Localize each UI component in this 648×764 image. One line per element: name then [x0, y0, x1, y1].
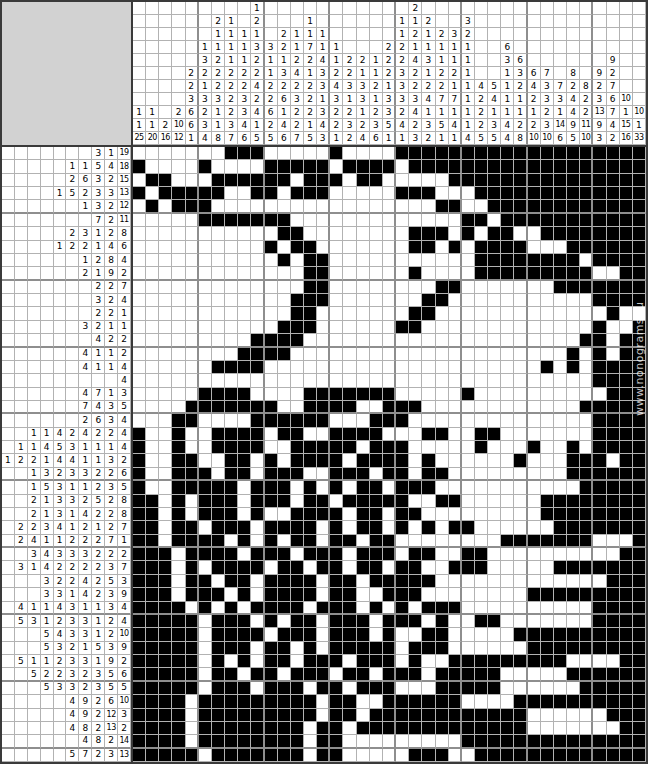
board-cell[interactable] — [330, 495, 343, 508]
board-cell[interactable] — [514, 214, 527, 227]
board-cell[interactable] — [225, 214, 238, 227]
board-cell[interactable] — [409, 348, 422, 361]
board-cell[interactable] — [159, 668, 172, 681]
board-cell[interactable] — [436, 535, 449, 548]
board-cell[interactable] — [343, 361, 356, 374]
board-cell[interactable] — [186, 508, 199, 521]
board-cell[interactable] — [278, 174, 291, 187]
board-cell[interactable] — [567, 709, 580, 722]
board-cell[interactable] — [396, 481, 409, 494]
board-cell[interactable] — [199, 575, 212, 588]
board-cell[interactable] — [580, 561, 593, 574]
board-cell[interactable] — [567, 187, 580, 200]
board-cell[interactable] — [396, 521, 409, 534]
board-cell[interactable] — [580, 655, 593, 668]
board-cell[interactable] — [238, 561, 251, 574]
board-cell[interactable] — [409, 575, 422, 588]
board-cell[interactable] — [238, 548, 251, 561]
board-cell[interactable] — [554, 241, 567, 254]
board-cell[interactable] — [475, 147, 488, 160]
board-cell[interactable] — [238, 709, 251, 722]
board-cell[interactable] — [159, 722, 172, 735]
board-cell[interactable] — [317, 428, 330, 441]
board-cell[interactable] — [422, 668, 435, 681]
board-cell[interactable] — [501, 187, 514, 200]
board-cell[interactable] — [186, 642, 199, 655]
board-cell[interactable] — [133, 521, 146, 534]
board-cell[interactable] — [633, 227, 646, 240]
board-cell[interactable] — [343, 749, 356, 762]
board-cell[interactable] — [251, 254, 264, 267]
board-cell[interactable] — [620, 281, 633, 294]
board-cell[interactable] — [278, 267, 291, 280]
board-cell[interactable] — [436, 187, 449, 200]
board-cell[interactable] — [633, 588, 646, 601]
board-cell[interactable] — [593, 495, 606, 508]
board-cell[interactable] — [436, 281, 449, 294]
board-cell[interactable] — [488, 548, 501, 561]
board-cell[interactable] — [541, 227, 554, 240]
board-cell[interactable] — [370, 254, 383, 267]
board-cell[interactable] — [554, 602, 567, 615]
board-cell[interactable] — [146, 602, 159, 615]
board-cell[interactable] — [409, 749, 422, 762]
board-cell[interactable] — [172, 227, 185, 240]
board-cell[interactable] — [436, 735, 449, 748]
board-cell[interactable] — [436, 454, 449, 467]
board-cell[interactable] — [462, 321, 475, 334]
board-cell[interactable] — [396, 294, 409, 307]
board-cell[interactable] — [317, 642, 330, 655]
board-cell[interactable] — [475, 200, 488, 213]
board-cell[interactable] — [462, 174, 475, 187]
board-cell[interactable] — [633, 602, 646, 615]
board-cell[interactable] — [146, 414, 159, 427]
board-cell[interactable] — [633, 695, 646, 708]
board-cell[interactable] — [291, 655, 304, 668]
board-cell[interactable] — [304, 508, 317, 521]
board-cell[interactable] — [501, 294, 514, 307]
board-cell[interactable] — [580, 615, 593, 628]
board-cell[interactable] — [488, 588, 501, 601]
board-cell[interactable] — [291, 187, 304, 200]
board-cell[interactable] — [580, 388, 593, 401]
board-cell[interactable] — [370, 174, 383, 187]
board-cell[interactable] — [449, 187, 462, 200]
board-cell[interactable] — [317, 414, 330, 427]
board-cell[interactable] — [633, 401, 646, 414]
board-cell[interactable] — [357, 361, 370, 374]
board-cell[interactable] — [304, 709, 317, 722]
board-cell[interactable] — [317, 588, 330, 601]
board-cell[interactable] — [278, 615, 291, 628]
board-cell[interactable] — [488, 454, 501, 467]
board-cell[interactable] — [620, 147, 633, 160]
board-cell[interactable] — [436, 401, 449, 414]
board-cell[interactable] — [133, 454, 146, 467]
board-cell[interactable] — [225, 495, 238, 508]
board-cell[interactable] — [567, 548, 580, 561]
board-cell[interactable] — [383, 548, 396, 561]
board-cell[interactable] — [199, 655, 212, 668]
board-cell[interactable] — [370, 588, 383, 601]
board-cell[interactable] — [528, 227, 541, 240]
board-cell[interactable] — [567, 160, 580, 173]
board-cell[interactable] — [409, 200, 422, 213]
board-cell[interactable] — [541, 695, 554, 708]
board-cell[interactable] — [462, 602, 475, 615]
board-cell[interactable] — [514, 401, 527, 414]
board-cell[interactable] — [580, 508, 593, 521]
board-cell[interactable] — [567, 722, 580, 735]
board-cell[interactable] — [172, 749, 185, 762]
board-cell[interactable] — [225, 655, 238, 668]
board-cell[interactable] — [225, 401, 238, 414]
board-cell[interactable] — [357, 294, 370, 307]
board-cell[interactable] — [317, 561, 330, 574]
board-cell[interactable] — [383, 294, 396, 307]
board-cell[interactable] — [186, 575, 199, 588]
board-cell[interactable] — [396, 334, 409, 347]
board-cell[interactable] — [278, 548, 291, 561]
board-cell[interactable] — [462, 615, 475, 628]
board-cell[interactable] — [383, 495, 396, 508]
board-cell[interactable] — [304, 227, 317, 240]
board-cell[interactable] — [291, 414, 304, 427]
board-cell[interactable] — [541, 241, 554, 254]
board-cell[interactable] — [133, 348, 146, 361]
board-cell[interactable] — [554, 227, 567, 240]
board-cell[interactable] — [212, 294, 225, 307]
board-cell[interactable] — [172, 441, 185, 454]
board-cell[interactable] — [462, 428, 475, 441]
board-cell[interactable] — [449, 575, 462, 588]
board-cell[interactable] — [620, 495, 633, 508]
board-cell[interactable] — [146, 187, 159, 200]
board-cell[interactable] — [265, 588, 278, 601]
board-cell[interactable] — [580, 749, 593, 762]
board-cell[interactable] — [357, 254, 370, 267]
board-cell[interactable] — [251, 709, 264, 722]
board-cell[interactable] — [199, 388, 212, 401]
board-cell[interactable] — [291, 602, 304, 615]
board-cell[interactable] — [186, 441, 199, 454]
board-cell[interactable] — [186, 348, 199, 361]
board-cell[interactable] — [186, 401, 199, 414]
board-cell[interactable] — [212, 241, 225, 254]
board-cell[interactable] — [488, 160, 501, 173]
board-cell[interactable] — [172, 267, 185, 280]
board-cell[interactable] — [278, 227, 291, 240]
board-cell[interactable] — [133, 214, 146, 227]
board-cell[interactable] — [172, 602, 185, 615]
board-cell[interactable] — [528, 388, 541, 401]
board-cell[interactable] — [501, 267, 514, 280]
board-cell[interactable] — [580, 334, 593, 347]
board-cell[interactable] — [593, 468, 606, 481]
board-cell[interactable] — [330, 294, 343, 307]
board-cell[interactable] — [133, 174, 146, 187]
board-cell[interactable] — [607, 454, 620, 467]
board-cell[interactable] — [462, 227, 475, 240]
board-cell[interactable] — [304, 401, 317, 414]
board-cell[interactable] — [159, 441, 172, 454]
board-cell[interactable] — [186, 628, 199, 641]
board-cell[interactable] — [501, 441, 514, 454]
board-cell[interactable] — [409, 642, 422, 655]
board-cell[interactable] — [212, 709, 225, 722]
board-cell[interactable] — [212, 655, 225, 668]
board-cell[interactable] — [396, 454, 409, 467]
board-cell[interactable] — [633, 348, 646, 361]
board-cell[interactable] — [541, 722, 554, 735]
board-cell[interactable] — [449, 334, 462, 347]
board-cell[interactable] — [133, 615, 146, 628]
board-cell[interactable] — [370, 628, 383, 641]
board-cell[interactable] — [330, 454, 343, 467]
board-cell[interactable] — [186, 388, 199, 401]
board-cell[interactable] — [265, 454, 278, 467]
board-cell[interactable] — [436, 174, 449, 187]
board-cell[interactable] — [317, 267, 330, 280]
board-cell[interactable] — [133, 254, 146, 267]
board-cell[interactable] — [593, 508, 606, 521]
board-cell[interactable] — [370, 575, 383, 588]
board-cell[interactable] — [475, 628, 488, 641]
board-cell[interactable] — [488, 695, 501, 708]
board-cell[interactable] — [343, 227, 356, 240]
board-cell[interactable] — [186, 602, 199, 615]
board-cell[interactable] — [514, 668, 527, 681]
board-cell[interactable] — [370, 348, 383, 361]
board-cell[interactable] — [278, 294, 291, 307]
board-cell[interactable] — [278, 388, 291, 401]
board-cell[interactable] — [370, 321, 383, 334]
board-cell[interactable] — [383, 267, 396, 280]
board-cell[interactable] — [541, 508, 554, 521]
board-cell[interactable] — [186, 321, 199, 334]
board-cell[interactable] — [370, 495, 383, 508]
board-cell[interactable] — [265, 628, 278, 641]
board-cell[interactable] — [422, 535, 435, 548]
board-cell[interactable] — [251, 174, 264, 187]
board-cell[interactable] — [462, 334, 475, 347]
board-cell[interactable] — [607, 267, 620, 280]
board-cell[interactable] — [330, 374, 343, 387]
board-cell[interactable] — [528, 561, 541, 574]
board-cell[interactable] — [212, 160, 225, 173]
board-cell[interactable] — [251, 508, 264, 521]
board-cell[interactable] — [396, 241, 409, 254]
board-cell[interactable] — [396, 147, 409, 160]
board-cell[interactable] — [159, 535, 172, 548]
board-cell[interactable] — [199, 668, 212, 681]
board-cell[interactable] — [554, 628, 567, 641]
board-cell[interactable] — [436, 307, 449, 320]
board-cell[interactable] — [409, 561, 422, 574]
board-cell[interactable] — [278, 668, 291, 681]
board-cell[interactable] — [212, 535, 225, 548]
board-cell[interactable] — [449, 401, 462, 414]
board-cell[interactable] — [462, 187, 475, 200]
board-cell[interactable] — [159, 548, 172, 561]
board-cell[interactable] — [291, 334, 304, 347]
board-cell[interactable] — [199, 535, 212, 548]
board-cell[interactable] — [567, 214, 580, 227]
board-cell[interactable] — [278, 307, 291, 320]
board-cell[interactable] — [541, 321, 554, 334]
board-cell[interactable] — [607, 160, 620, 173]
board-cell[interactable] — [317, 454, 330, 467]
board-cell[interactable] — [409, 454, 422, 467]
board-cell[interactable] — [396, 428, 409, 441]
board-cell[interactable] — [436, 294, 449, 307]
board-cell[interactable] — [330, 334, 343, 347]
board-cell[interactable] — [567, 735, 580, 748]
board-cell[interactable] — [172, 575, 185, 588]
board-cell[interactable] — [343, 615, 356, 628]
board-cell[interactable] — [304, 334, 317, 347]
board-cell[interactable] — [212, 307, 225, 320]
board-cell[interactable] — [620, 454, 633, 467]
board-cell[interactable] — [304, 414, 317, 427]
board-cell[interactable] — [186, 735, 199, 748]
board-cell[interactable] — [462, 388, 475, 401]
board-cell[interactable] — [449, 615, 462, 628]
board-cell[interactable] — [607, 147, 620, 160]
board-cell[interactable] — [146, 174, 159, 187]
board-cell[interactable] — [317, 348, 330, 361]
board-cell[interactable] — [265, 481, 278, 494]
board-cell[interactable] — [475, 682, 488, 695]
board-cell[interactable] — [528, 361, 541, 374]
board-cell[interactable] — [133, 160, 146, 173]
board-cell[interactable] — [199, 321, 212, 334]
board-cell[interactable] — [475, 214, 488, 227]
board-cell[interactable] — [449, 267, 462, 280]
board-cell[interactable] — [449, 174, 462, 187]
board-cell[interactable] — [501, 749, 514, 762]
board-cell[interactable] — [186, 561, 199, 574]
board-cell[interactable] — [225, 749, 238, 762]
board-cell[interactable] — [567, 147, 580, 160]
board-cell[interactable] — [554, 615, 567, 628]
board-cell[interactable] — [172, 414, 185, 427]
board-cell[interactable] — [449, 602, 462, 615]
board-cell[interactable] — [172, 214, 185, 227]
board-cell[interactable] — [370, 655, 383, 668]
board-cell[interactable] — [409, 548, 422, 561]
board-cell[interactable] — [422, 722, 435, 735]
board-cell[interactable] — [265, 561, 278, 574]
board-cell[interactable] — [593, 227, 606, 240]
board-cell[interactable] — [383, 241, 396, 254]
board-cell[interactable] — [383, 214, 396, 227]
board-cell[interactable] — [422, 441, 435, 454]
board-cell[interactable] — [357, 508, 370, 521]
board-cell[interactable] — [199, 374, 212, 387]
board-cell[interactable] — [422, 508, 435, 521]
board-cell[interactable] — [488, 468, 501, 481]
board-cell[interactable] — [580, 454, 593, 467]
board-cell[interactable] — [475, 294, 488, 307]
board-cell[interactable] — [291, 227, 304, 240]
board-cell[interactable] — [212, 642, 225, 655]
board-cell[interactable] — [304, 682, 317, 695]
board-cell[interactable] — [186, 187, 199, 200]
board-cell[interactable] — [593, 334, 606, 347]
board-cell[interactable] — [554, 561, 567, 574]
board-cell[interactable] — [383, 468, 396, 481]
board-cell[interactable] — [238, 147, 251, 160]
board-cell[interactable] — [265, 200, 278, 213]
board-cell[interactable] — [291, 535, 304, 548]
board-cell[interactable] — [343, 334, 356, 347]
board-cell[interactable] — [580, 281, 593, 294]
board-cell[interactable] — [554, 361, 567, 374]
board-cell[interactable] — [475, 334, 488, 347]
board-cell[interactable] — [567, 695, 580, 708]
board-cell[interactable] — [265, 441, 278, 454]
board-cell[interactable] — [422, 334, 435, 347]
board-cell[interactable] — [304, 428, 317, 441]
board-cell[interactable] — [251, 348, 264, 361]
board-cell[interactable] — [554, 147, 567, 160]
board-cell[interactable] — [172, 160, 185, 173]
board-cell[interactable] — [304, 535, 317, 548]
board-cell[interactable] — [475, 441, 488, 454]
board-cell[interactable] — [554, 682, 567, 695]
board-cell[interactable] — [436, 374, 449, 387]
board-cell[interactable] — [133, 588, 146, 601]
board-cell[interactable] — [633, 735, 646, 748]
board-cell[interactable] — [238, 481, 251, 494]
board-cell[interactable] — [541, 535, 554, 548]
board-cell[interactable] — [238, 321, 251, 334]
board-cell[interactable] — [343, 548, 356, 561]
board-cell[interactable] — [370, 508, 383, 521]
board-cell[interactable] — [422, 642, 435, 655]
board-cell[interactable] — [633, 174, 646, 187]
board-cell[interactable] — [159, 508, 172, 521]
board-cell[interactable] — [396, 508, 409, 521]
board-cell[interactable] — [462, 735, 475, 748]
board-cell[interactable] — [488, 575, 501, 588]
board-cell[interactable] — [396, 575, 409, 588]
board-cell[interactable] — [330, 388, 343, 401]
board-cell[interactable] — [475, 575, 488, 588]
board-cell[interactable] — [265, 749, 278, 762]
board-cell[interactable] — [291, 668, 304, 681]
board-cell[interactable] — [567, 668, 580, 681]
board-cell[interactable] — [488, 267, 501, 280]
board-cell[interactable] — [330, 200, 343, 213]
board-cell[interactable] — [488, 227, 501, 240]
board-cell[interactable] — [278, 628, 291, 641]
board-cell[interactable] — [265, 615, 278, 628]
board-cell[interactable] — [593, 428, 606, 441]
board-cell[interactable] — [357, 535, 370, 548]
board-cell[interactable] — [633, 334, 646, 347]
board-cell[interactable] — [265, 227, 278, 240]
board-cell[interactable] — [238, 495, 251, 508]
board-cell[interactable] — [607, 281, 620, 294]
board-cell[interactable] — [370, 227, 383, 240]
board-cell[interactable] — [159, 401, 172, 414]
board-cell[interactable] — [172, 709, 185, 722]
board-cell[interactable] — [541, 281, 554, 294]
board-cell[interactable] — [225, 642, 238, 655]
